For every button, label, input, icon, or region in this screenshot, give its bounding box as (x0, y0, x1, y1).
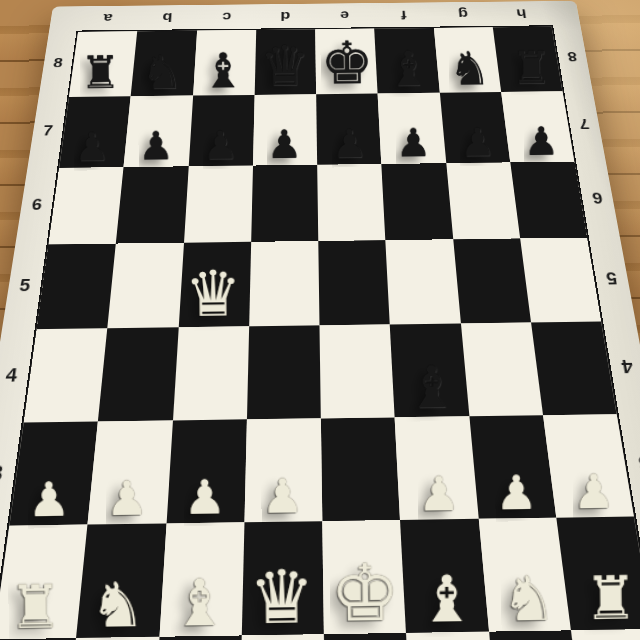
white-pawn-c3[interactable]: ♟ (183, 475, 226, 521)
white-pawn-h3[interactable]: ♟ (573, 469, 616, 514)
square-c6[interactable] (184, 165, 253, 243)
square-g5[interactable] (453, 239, 531, 324)
black-pawn-b7[interactable]: ♟ (138, 128, 173, 166)
square-b3[interactable]: ♟ (88, 420, 173, 524)
white-pawn-d3[interactable]: ♟ (262, 474, 305, 520)
square-f4[interactable]: ♝ (390, 323, 469, 417)
black-king-e8[interactable]: ♚ (320, 36, 373, 92)
chess-board: ♜♞♝♛♚♝♞♜♟♟♟♟♟♟♟♟♛♝♟♟♟♟♟♟♟♜♞♝♛♚♝♞♜ (0, 27, 640, 640)
white-pawn-a3[interactable]: ♟ (27, 477, 70, 523)
board-frame: ♜♞♝♛♚♝♞♜♟♟♟♟♟♟♟♟♛♝♟♟♟♟♟♟♟♜♞♝♛♚♝♞♜ (0, 25, 640, 640)
file-label-f: f (374, 4, 434, 25)
square-g7[interactable]: ♟ (439, 92, 510, 163)
square-b4[interactable] (98, 327, 178, 421)
file-label-e: e (315, 5, 375, 26)
black-pawn-e7[interactable]: ♟ (331, 125, 366, 162)
black-pawn-a7[interactable]: ♟ (74, 128, 110, 166)
square-e3[interactable] (321, 417, 400, 521)
square-e4[interactable] (319, 324, 394, 418)
white-bishop-c2[interactable]: ♝ (171, 573, 229, 635)
square-d6[interactable] (251, 164, 318, 242)
black-pawn-g7[interactable]: ♟ (460, 124, 495, 161)
square-f3[interactable]: ♟ (395, 416, 478, 519)
scene-perspective: abcdefgh abcdefgh 87654321 87654321 ♜♞♝♛… (0, 0, 640, 640)
square-e2[interactable]: ♚ (322, 519, 406, 634)
square-h7[interactable]: ♟ (501, 91, 574, 162)
black-bishop-f8[interactable]: ♝ (386, 46, 430, 92)
black-bishop-c8[interactable]: ♝ (202, 48, 246, 94)
white-queen-c5[interactable]: ♛ (185, 265, 242, 326)
black-knight-b8[interactable]: ♞ (141, 50, 183, 94)
square-h1[interactable] (571, 629, 640, 640)
black-rook-h8[interactable]: ♜ (511, 48, 551, 91)
square-g6[interactable] (446, 162, 520, 239)
square-f5[interactable] (386, 239, 461, 324)
black-pawn-h7[interactable]: ♟ (524, 123, 559, 160)
square-d5[interactable] (249, 241, 320, 326)
square-e6[interactable] (317, 164, 385, 242)
photo-chess-scene: { "game": "chess", "scene": { "board_typ… (0, 0, 640, 640)
square-c7[interactable]: ♟ (188, 95, 254, 166)
black-knight-g8[interactable]: ♞ (449, 47, 491, 91)
black-pawn-d7[interactable]: ♟ (267, 126, 302, 163)
file-label-a: a (77, 8, 139, 29)
square-a7[interactable]: ♟ (59, 96, 131, 167)
black-pawn-f7[interactable]: ♟ (396, 124, 431, 161)
square-h8[interactable]: ♜ (493, 27, 563, 92)
square-b5[interactable] (108, 243, 184, 328)
square-e8[interactable]: ♚ (315, 29, 378, 94)
square-d7[interactable]: ♟ (253, 94, 317, 165)
black-bishop-f4[interactable]: ♝ (405, 359, 457, 415)
black-queen-d8[interactable]: ♛ (260, 40, 310, 93)
square-c5[interactable]: ♛ (178, 242, 251, 327)
square-b6[interactable] (116, 166, 188, 244)
square-b7[interactable]: ♟ (124, 95, 193, 166)
square-f6[interactable] (382, 163, 453, 241)
file-label-b: b (136, 7, 197, 28)
square-a6[interactable] (48, 167, 123, 245)
square-d2[interactable]: ♛ (241, 521, 323, 636)
square-c2[interactable]: ♝ (159, 522, 244, 637)
file-label-d: d (256, 6, 316, 27)
square-f2[interactable]: ♝ (400, 518, 488, 633)
square-d1[interactable] (238, 635, 325, 640)
square-e7[interactable]: ♟ (316, 93, 381, 164)
square-c4[interactable] (172, 326, 248, 420)
square-a4[interactable] (24, 328, 108, 422)
square-f8[interactable]: ♝ (374, 28, 439, 93)
square-d8[interactable]: ♛ (254, 29, 316, 94)
square-h4[interactable] (531, 322, 617, 415)
square-h5[interactable] (520, 238, 601, 323)
square-b2[interactable]: ♞ (76, 523, 166, 639)
file-label-g: g (432, 4, 493, 25)
square-h2[interactable]: ♜ (556, 516, 640, 631)
square-h3[interactable]: ♟ (543, 414, 634, 517)
square-g3[interactable]: ♟ (469, 415, 556, 518)
file-label-c: c (196, 6, 256, 27)
white-knight-g2[interactable]: ♞ (501, 570, 557, 629)
white-bishop-f2[interactable]: ♝ (418, 569, 476, 631)
square-e5[interactable] (318, 240, 390, 325)
square-a5[interactable] (37, 244, 116, 329)
square-d4[interactable] (247, 325, 321, 419)
white-pawn-b3[interactable]: ♟ (105, 476, 148, 522)
file-label-h: h (491, 3, 553, 24)
square-f1[interactable] (406, 632, 500, 640)
white-knight-b2[interactable]: ♞ (89, 576, 145, 636)
square-g4[interactable] (460, 323, 542, 416)
black-pawn-c7[interactable]: ♟ (203, 127, 238, 164)
white-queen-d2[interactable]: ♛ (249, 562, 316, 633)
square-e1[interactable] (324, 633, 413, 640)
square-d3[interactable]: ♟ (244, 418, 322, 522)
white-rook-a2[interactable]: ♜ (8, 580, 62, 637)
square-a3[interactable]: ♟ (9, 421, 98, 525)
square-c8[interactable]: ♝ (193, 30, 256, 95)
square-g8[interactable]: ♞ (434, 27, 501, 92)
file-labels-top: abcdefgh (77, 3, 553, 28)
white-pawn-f3[interactable]: ♟ (417, 471, 460, 516)
square-c3[interactable]: ♟ (166, 419, 247, 523)
square-b8[interactable]: ♞ (131, 31, 197, 97)
square-g2[interactable]: ♞ (478, 517, 571, 632)
black-rook-a8[interactable]: ♜ (80, 53, 121, 96)
square-a8[interactable]: ♜ (69, 31, 137, 97)
white-king-e2[interactable]: ♚ (329, 556, 400, 632)
square-a2[interactable]: ♜ (0, 524, 88, 640)
white-pawn-g3[interactable]: ♟ (495, 470, 538, 515)
square-h6[interactable] (510, 161, 587, 238)
white-rook-h2[interactable]: ♜ (584, 571, 638, 628)
square-f7[interactable]: ♟ (378, 93, 446, 164)
chess-mat: abcdefgh abcdefgh 87654321 87654321 ♜♞♝♛… (0, 1, 640, 640)
